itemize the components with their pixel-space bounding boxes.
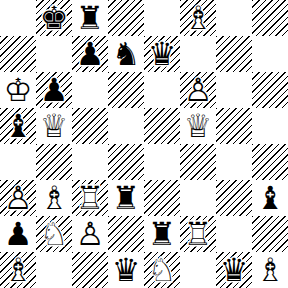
piece-white-bishop: ♗ (180, 0, 216, 36)
piece-white-pawn: ♙ (72, 216, 108, 252)
square-f2[interactable]: ♜♖ (180, 216, 216, 252)
piece-white-bishop: ♗ (0, 252, 36, 288)
square-f1[interactable] (180, 252, 216, 288)
piece-halo: ♛ (216, 252, 252, 288)
piece-white-king: ♔ (0, 72, 36, 108)
piece-black-pawn: ♟ (36, 72, 72, 108)
square-d5[interactable] (108, 108, 144, 144)
piece-halo: ♜ (108, 180, 144, 216)
square-e7[interactable]: ♛♛ (144, 36, 180, 72)
square-b4[interactable] (36, 144, 72, 180)
piece-halo: ♛ (108, 252, 144, 288)
piece-halo: ♜ (144, 216, 180, 252)
square-e2[interactable]: ♜♜ (144, 216, 180, 252)
square-a2[interactable]: ♟♟ (0, 216, 36, 252)
square-a7[interactable] (0, 36, 36, 72)
piece-halo: ♟ (180, 72, 216, 108)
piece-halo: ♞ (144, 252, 180, 288)
piece-black-knight: ♞ (108, 36, 144, 72)
square-g7[interactable] (216, 36, 252, 72)
piece-black-bishop: ♝ (252, 180, 288, 216)
square-d4[interactable] (108, 144, 144, 180)
piece-black-queen: ♛ (216, 252, 252, 288)
square-e4[interactable] (144, 144, 180, 180)
piece-white-queen: ♕ (36, 108, 72, 144)
square-h4[interactable] (252, 144, 288, 180)
square-a6[interactable]: ♚♔ (0, 72, 36, 108)
piece-black-queen: ♛ (108, 252, 144, 288)
piece-black-rook: ♜ (72, 0, 108, 36)
square-g8[interactable] (216, 0, 252, 36)
square-d2[interactable] (108, 216, 144, 252)
piece-halo: ♟ (36, 72, 72, 108)
square-a5[interactable]: ♝♝ (0, 108, 36, 144)
square-g4[interactable] (216, 144, 252, 180)
square-e3[interactable] (144, 180, 180, 216)
piece-white-bishop: ♗ (252, 252, 288, 288)
piece-black-rook: ♜ (108, 180, 144, 216)
square-c1[interactable] (72, 252, 108, 288)
square-g5[interactable] (216, 108, 252, 144)
piece-halo: ♜ (180, 216, 216, 252)
square-a4[interactable] (0, 144, 36, 180)
square-f3[interactable] (180, 180, 216, 216)
square-g3[interactable] (216, 180, 252, 216)
square-h2[interactable] (252, 216, 288, 252)
square-c6[interactable] (72, 72, 108, 108)
square-c7[interactable]: ♟♟ (72, 36, 108, 72)
piece-white-knight: ♘ (144, 252, 180, 288)
piece-halo: ♟ (72, 36, 108, 72)
square-a3[interactable]: ♟♙ (0, 180, 36, 216)
square-b1[interactable] (36, 252, 72, 288)
piece-halo: ♛ (144, 36, 180, 72)
square-e1[interactable]: ♞♘ (144, 252, 180, 288)
square-b3[interactable]: ♝♗ (36, 180, 72, 216)
piece-halo: ♞ (108, 36, 144, 72)
piece-black-king: ♚ (36, 0, 72, 36)
piece-halo: ♟ (0, 180, 36, 216)
piece-halo: ♝ (0, 252, 36, 288)
square-c2[interactable]: ♟♙ (72, 216, 108, 252)
square-b7[interactable] (36, 36, 72, 72)
square-g6[interactable] (216, 72, 252, 108)
piece-black-pawn: ♟ (0, 216, 36, 252)
piece-halo: ♝ (180, 0, 216, 36)
square-b2[interactable]: ♞♘ (36, 216, 72, 252)
square-f6[interactable]: ♟♙ (180, 72, 216, 108)
piece-white-queen: ♕ (180, 108, 216, 144)
piece-halo: ♟ (0, 216, 36, 252)
piece-halo: ♛ (36, 108, 72, 144)
square-b5[interactable]: ♛♕ (36, 108, 72, 144)
square-g1[interactable]: ♛♛ (216, 252, 252, 288)
square-f7[interactable] (180, 36, 216, 72)
piece-white-pawn: ♙ (0, 180, 36, 216)
piece-white-pawn: ♙ (180, 72, 216, 108)
square-f8[interactable]: ♝♗ (180, 0, 216, 36)
piece-halo: ♝ (252, 180, 288, 216)
square-d3[interactable]: ♜♜ (108, 180, 144, 216)
square-f5[interactable]: ♛♕ (180, 108, 216, 144)
square-h8[interactable] (252, 0, 288, 36)
piece-black-bishop: ♝ (0, 108, 36, 144)
square-e8[interactable] (144, 0, 180, 36)
square-c5[interactable] (72, 108, 108, 144)
square-b6[interactable]: ♟♟ (36, 72, 72, 108)
square-g2[interactable] (216, 216, 252, 252)
piece-black-rook: ♜ (144, 216, 180, 252)
piece-black-queen: ♛ (144, 36, 180, 72)
square-h5[interactable] (252, 108, 288, 144)
piece-white-knight: ♘ (36, 216, 72, 252)
square-d8[interactable] (108, 0, 144, 36)
piece-halo: ♞ (36, 216, 72, 252)
square-h7[interactable] (252, 36, 288, 72)
piece-halo: ♝ (0, 108, 36, 144)
square-b8[interactable]: ♚♚ (36, 0, 72, 36)
square-f4[interactable] (180, 144, 216, 180)
square-d6[interactable] (108, 72, 144, 108)
piece-halo: ♟ (72, 216, 108, 252)
piece-halo: ♜ (72, 180, 108, 216)
piece-white-rook: ♖ (72, 180, 108, 216)
square-c8[interactable]: ♜♜ (72, 0, 108, 36)
square-d7[interactable]: ♞♞ (108, 36, 144, 72)
square-c3[interactable]: ♜♖ (72, 180, 108, 216)
square-c4[interactable] (72, 144, 108, 180)
square-d1[interactable]: ♛♛ (108, 252, 144, 288)
piece-white-rook: ♖ (180, 216, 216, 252)
square-h6[interactable] (252, 72, 288, 108)
chess-board: ♚♚♜♜♝♗♟♟♞♞♛♛♚♔♟♟♟♙♝♝♛♕♛♕♟♙♝♗♜♖♜♜♝♝♟♟♞♘♟♙… (0, 0, 288, 288)
piece-halo: ♝ (36, 180, 72, 216)
piece-halo: ♝ (252, 252, 288, 288)
piece-white-bishop: ♗ (36, 180, 72, 216)
square-e5[interactable] (144, 108, 180, 144)
piece-halo: ♛ (180, 108, 216, 144)
square-h1[interactable]: ♝♗ (252, 252, 288, 288)
square-e6[interactable] (144, 72, 180, 108)
piece-halo: ♚ (0, 72, 36, 108)
square-a8[interactable] (0, 0, 36, 36)
piece-halo: ♜ (72, 0, 108, 36)
piece-halo: ♚ (36, 0, 72, 36)
piece-black-pawn: ♟ (72, 36, 108, 72)
square-h3[interactable]: ♝♝ (252, 180, 288, 216)
square-a1[interactable]: ♝♗ (0, 252, 36, 288)
